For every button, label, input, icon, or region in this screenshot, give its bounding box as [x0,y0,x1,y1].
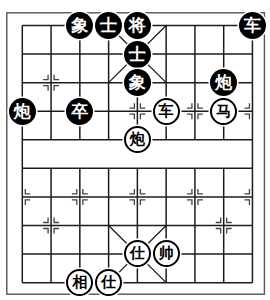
piece-red-advisor[interactable]: 仕 [124,240,151,267]
piece-black-cannon[interactable]: 炮 [9,98,36,125]
board-point[interactable]: 士 [123,40,152,69]
board-point[interactable] [180,11,209,40]
piece-black-cannon[interactable]: 炮 [210,69,237,96]
piece-red-advisor[interactable]: 仕 [95,269,122,296]
board-point[interactable]: 仕 [94,268,123,297]
board-point[interactable] [152,125,181,154]
board-point[interactable] [209,211,238,240]
board-point[interactable] [123,211,152,240]
board-point[interactable] [180,183,209,212]
piece-red-horse[interactable]: 马 [210,98,237,125]
board-point[interactable]: 马 [209,97,238,126]
board-point[interactable]: 车 [152,97,181,126]
board-point[interactable] [8,40,37,69]
board-point[interactable]: 炮 [123,125,152,154]
board-point[interactable]: 炮 [209,68,238,97]
piece-black-chariot[interactable]: 车 [239,12,266,39]
board-point[interactable]: 象 [123,68,152,97]
board-point[interactable] [238,268,267,297]
board-point[interactable] [94,68,123,97]
board-point[interactable] [152,40,181,69]
piece-red-chariot[interactable]: 车 [153,98,180,125]
board-point[interactable] [8,268,37,297]
board-point[interactable] [65,68,94,97]
piece-black-soldier[interactable]: 卒 [66,98,93,125]
piece-black-advisor[interactable]: 士 [95,12,122,39]
board-point[interactable]: 车 [238,11,267,40]
piece-red-cannon[interactable]: 炮 [124,126,151,153]
board-point[interactable] [209,125,238,154]
board-point[interactable] [94,125,123,154]
board-point[interactable] [180,154,209,183]
piece-red-elephant[interactable]: 相 [66,269,93,296]
board-point[interactable] [123,154,152,183]
board-point[interactable] [152,68,181,97]
board-point[interactable] [238,97,267,126]
piece-red-general[interactable]: 帅 [153,240,180,267]
xiangqi-board: 象士将车士象炮炮卒车马炮仕帅相仕 [0,0,270,300]
piece-layer: 象士将车士象炮炮卒车马炮仕帅相仕 [8,11,267,297]
board-point[interactable] [238,68,267,97]
board-point[interactable] [238,211,267,240]
board-point[interactable] [209,240,238,269]
board-point[interactable] [65,40,94,69]
piece-black-elephant[interactable]: 象 [66,12,93,39]
board-point[interactable] [65,211,94,240]
board-point[interactable] [123,183,152,212]
board-point[interactable] [238,40,267,69]
board-point[interactable] [37,154,66,183]
board-point[interactable] [8,11,37,40]
board-point[interactable] [65,183,94,212]
piece-black-advisor[interactable]: 士 [124,41,151,68]
board-point[interactable] [180,68,209,97]
board-point[interactable] [123,268,152,297]
board-point[interactable] [209,183,238,212]
board-point[interactable] [37,183,66,212]
board-point[interactable]: 卒 [65,97,94,126]
board-point[interactable] [94,211,123,240]
board-point[interactable] [209,154,238,183]
board-point[interactable] [180,211,209,240]
board-point[interactable] [209,11,238,40]
board-point[interactable] [209,40,238,69]
board-point[interactable] [8,211,37,240]
board-point[interactable] [152,268,181,297]
board-point[interactable]: 象 [65,11,94,40]
board-point[interactable] [37,240,66,269]
board-point[interactable] [8,68,37,97]
board-point[interactable] [65,125,94,154]
board-point[interactable] [37,40,66,69]
board-point[interactable] [180,97,209,126]
board-point[interactable] [152,154,181,183]
board-point[interactable]: 相 [65,268,94,297]
board-point[interactable] [8,154,37,183]
board-point[interactable] [37,211,66,240]
board-point[interactable] [123,97,152,126]
board-point[interactable] [8,183,37,212]
piece-black-elephant[interactable]: 象 [124,69,151,96]
board-point[interactable] [94,40,123,69]
board-point[interactable] [37,11,66,40]
board-point[interactable] [65,154,94,183]
board-point[interactable]: 帅 [152,240,181,269]
board-point[interactable]: 仕 [123,240,152,269]
board-point[interactable] [180,268,209,297]
board-point[interactable] [37,268,66,297]
board-point[interactable] [65,240,94,269]
board-point[interactable] [180,240,209,269]
board-point[interactable] [8,240,37,269]
board-point[interactable] [238,240,267,269]
board-point[interactable] [152,183,181,212]
board-point[interactable] [209,268,238,297]
board-point[interactable] [238,183,267,212]
board-point[interactable] [152,11,181,40]
board-point[interactable]: 炮 [8,97,37,126]
board-point[interactable] [238,125,267,154]
board-point[interactable] [180,40,209,69]
board-point[interactable] [94,97,123,126]
board-point[interactable] [37,125,66,154]
board-point[interactable] [152,211,181,240]
board-point[interactable] [94,154,123,183]
board-point[interactable] [8,125,37,154]
board-point[interactable] [94,240,123,269]
board-point[interactable]: 士 [94,11,123,40]
board-point[interactable] [238,154,267,183]
piece-black-general[interactable]: 将 [124,12,151,39]
board-point[interactable] [94,183,123,212]
board-point[interactable] [37,97,66,126]
board-point[interactable] [37,68,66,97]
board-point[interactable] [180,125,209,154]
board-point[interactable]: 将 [123,11,152,40]
